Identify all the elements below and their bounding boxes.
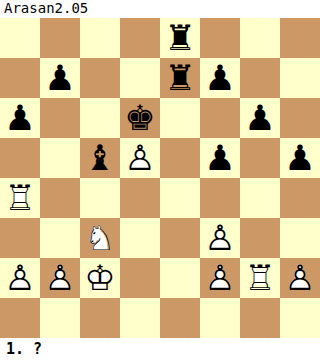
square-b6[interactable] — [40, 98, 80, 138]
square-d3[interactable] — [120, 218, 160, 258]
white-pawn-icon: ♙ — [40, 258, 80, 298]
square-a8[interactable] — [0, 18, 40, 58]
square-f5[interactable]: ♟ — [200, 138, 240, 178]
square-f3[interactable]: ♟♙ — [200, 218, 240, 258]
white-pawn-fill: ♟ — [120, 138, 160, 178]
square-b1[interactable] — [40, 298, 80, 338]
square-g4[interactable] — [240, 178, 280, 218]
black-pawn-icon: ♟ — [280, 138, 320, 178]
square-a1[interactable] — [0, 298, 40, 338]
square-d5[interactable]: ♟♙ — [120, 138, 160, 178]
square-e3[interactable] — [160, 218, 200, 258]
square-f2[interactable]: ♟♙ — [200, 258, 240, 298]
square-d7[interactable] — [120, 58, 160, 98]
square-e8[interactable]: ♜ — [160, 18, 200, 58]
square-e7[interactable]: ♜ — [160, 58, 200, 98]
square-g2[interactable]: ♜♖ — [240, 258, 280, 298]
square-c6[interactable] — [80, 98, 120, 138]
move-prompt: 1. ? — [0, 338, 320, 360]
square-d1[interactable] — [120, 298, 160, 338]
square-e5[interactable] — [160, 138, 200, 178]
black-pawn-icon: ♟ — [200, 138, 240, 178]
square-e1[interactable] — [160, 298, 200, 338]
square-a2[interactable]: ♟♙ — [0, 258, 40, 298]
white-rook-icon: ♖ — [0, 178, 40, 218]
square-b3[interactable] — [40, 218, 80, 258]
white-pawn-icon: ♙ — [280, 258, 320, 298]
square-b2[interactable]: ♟♙ — [40, 258, 80, 298]
white-knight-icon: ♘ — [80, 218, 120, 258]
black-bishop-icon: ♝ — [80, 138, 120, 178]
white-pawn-icon: ♙ — [0, 258, 40, 298]
white-pawn-fill: ♟ — [40, 258, 80, 298]
square-f1[interactable] — [200, 298, 240, 338]
square-a3[interactable] — [0, 218, 40, 258]
square-d4[interactable] — [120, 178, 160, 218]
square-e2[interactable] — [160, 258, 200, 298]
square-c5[interactable]: ♝ — [80, 138, 120, 178]
white-rook-icon: ♖ — [240, 258, 280, 298]
square-f6[interactable] — [200, 98, 240, 138]
square-h1[interactable] — [280, 298, 320, 338]
square-d8[interactable] — [120, 18, 160, 58]
square-f4[interactable] — [200, 178, 240, 218]
square-g3[interactable] — [240, 218, 280, 258]
white-knight-fill: ♞ — [80, 218, 120, 258]
black-rook-icon: ♜ — [160, 18, 200, 58]
square-c3[interactable]: ♞♘ — [80, 218, 120, 258]
square-f8[interactable] — [200, 18, 240, 58]
white-king-icon: ♔ — [80, 258, 120, 298]
square-e6[interactable] — [160, 98, 200, 138]
chess-board: ♜♟♜♟♟♚♟♝♟♙♟♟♜♖♞♘♟♙♟♙♟♙♚♔♟♙♜♖♟♙ — [0, 18, 320, 338]
white-pawn-fill: ♟ — [200, 258, 240, 298]
engine-title: Arasan2.05 — [0, 0, 320, 18]
square-a7[interactable] — [0, 58, 40, 98]
black-pawn-icon: ♟ — [40, 58, 80, 98]
square-h5[interactable]: ♟ — [280, 138, 320, 178]
square-b8[interactable] — [40, 18, 80, 58]
square-f7[interactable]: ♟ — [200, 58, 240, 98]
black-rook-icon: ♜ — [160, 58, 200, 98]
white-pawn-icon: ♙ — [200, 218, 240, 258]
white-pawn-icon: ♙ — [200, 258, 240, 298]
square-b7[interactable]: ♟ — [40, 58, 80, 98]
square-g1[interactable] — [240, 298, 280, 338]
square-e4[interactable] — [160, 178, 200, 218]
square-h8[interactable] — [280, 18, 320, 58]
square-h4[interactable] — [280, 178, 320, 218]
black-pawn-icon: ♟ — [240, 98, 280, 138]
square-d2[interactable] — [120, 258, 160, 298]
white-pawn-fill: ♟ — [200, 218, 240, 258]
white-king-fill: ♚ — [80, 258, 120, 298]
square-a6[interactable]: ♟ — [0, 98, 40, 138]
square-g7[interactable] — [240, 58, 280, 98]
square-g5[interactable] — [240, 138, 280, 178]
white-rook-fill: ♜ — [0, 178, 40, 218]
white-pawn-fill: ♟ — [0, 258, 40, 298]
square-h2[interactable]: ♟♙ — [280, 258, 320, 298]
white-pawn-icon: ♙ — [120, 138, 160, 178]
square-d6[interactable]: ♚ — [120, 98, 160, 138]
square-c8[interactable] — [80, 18, 120, 58]
white-rook-fill: ♜ — [240, 258, 280, 298]
square-h7[interactable] — [280, 58, 320, 98]
square-c4[interactable] — [80, 178, 120, 218]
black-pawn-icon: ♟ — [0, 98, 40, 138]
square-h6[interactable] — [280, 98, 320, 138]
square-a4[interactable]: ♜♖ — [0, 178, 40, 218]
square-a5[interactable] — [0, 138, 40, 178]
square-b5[interactable] — [40, 138, 80, 178]
square-g6[interactable]: ♟ — [240, 98, 280, 138]
square-c1[interactable] — [80, 298, 120, 338]
square-c7[interactable] — [80, 58, 120, 98]
square-h3[interactable] — [280, 218, 320, 258]
white-pawn-fill: ♟ — [280, 258, 320, 298]
black-pawn-icon: ♟ — [200, 58, 240, 98]
square-b4[interactable] — [40, 178, 80, 218]
black-king-icon: ♚ — [120, 98, 160, 138]
square-c2[interactable]: ♚♔ — [80, 258, 120, 298]
square-g8[interactable] — [240, 18, 280, 58]
